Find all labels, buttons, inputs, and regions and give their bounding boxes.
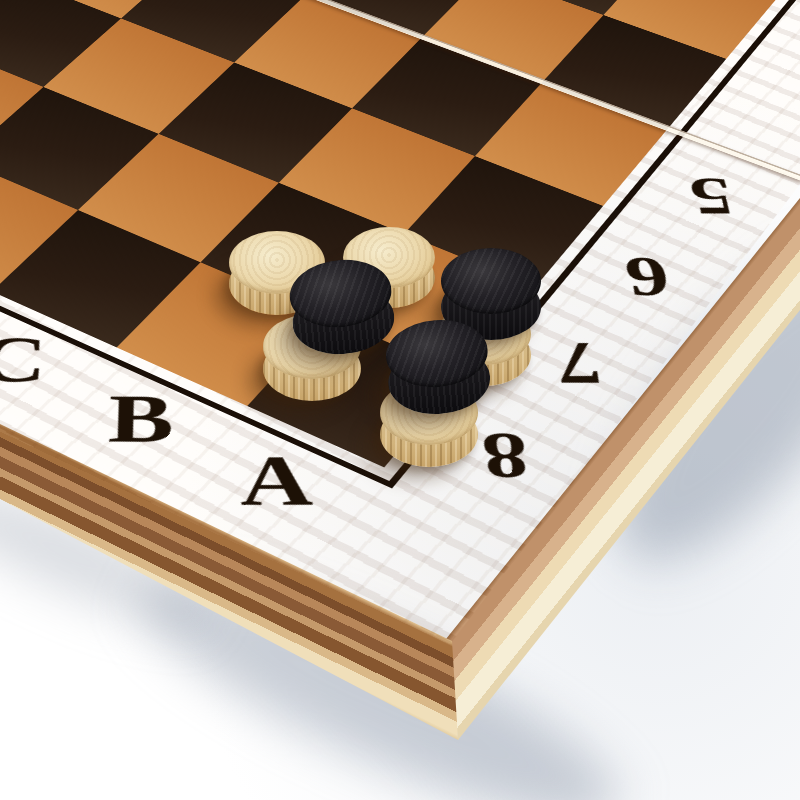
rank-label-5: 5 (684, 166, 739, 227)
file-label-c: C (0, 323, 49, 397)
photo-stage: CBA5678 (0, 0, 800, 800)
checker-piece-black-1[interactable] (286, 254, 397, 358)
file-label-a: A (239, 441, 314, 523)
rank-label-8: 8 (478, 418, 533, 493)
rank-label-7: 7 (552, 328, 607, 398)
checker-top-face (441, 248, 541, 314)
rank-label-6: 6 (620, 245, 675, 310)
file-label-b: B (107, 380, 174, 458)
checker-piece-black-3[interactable] (383, 315, 493, 418)
